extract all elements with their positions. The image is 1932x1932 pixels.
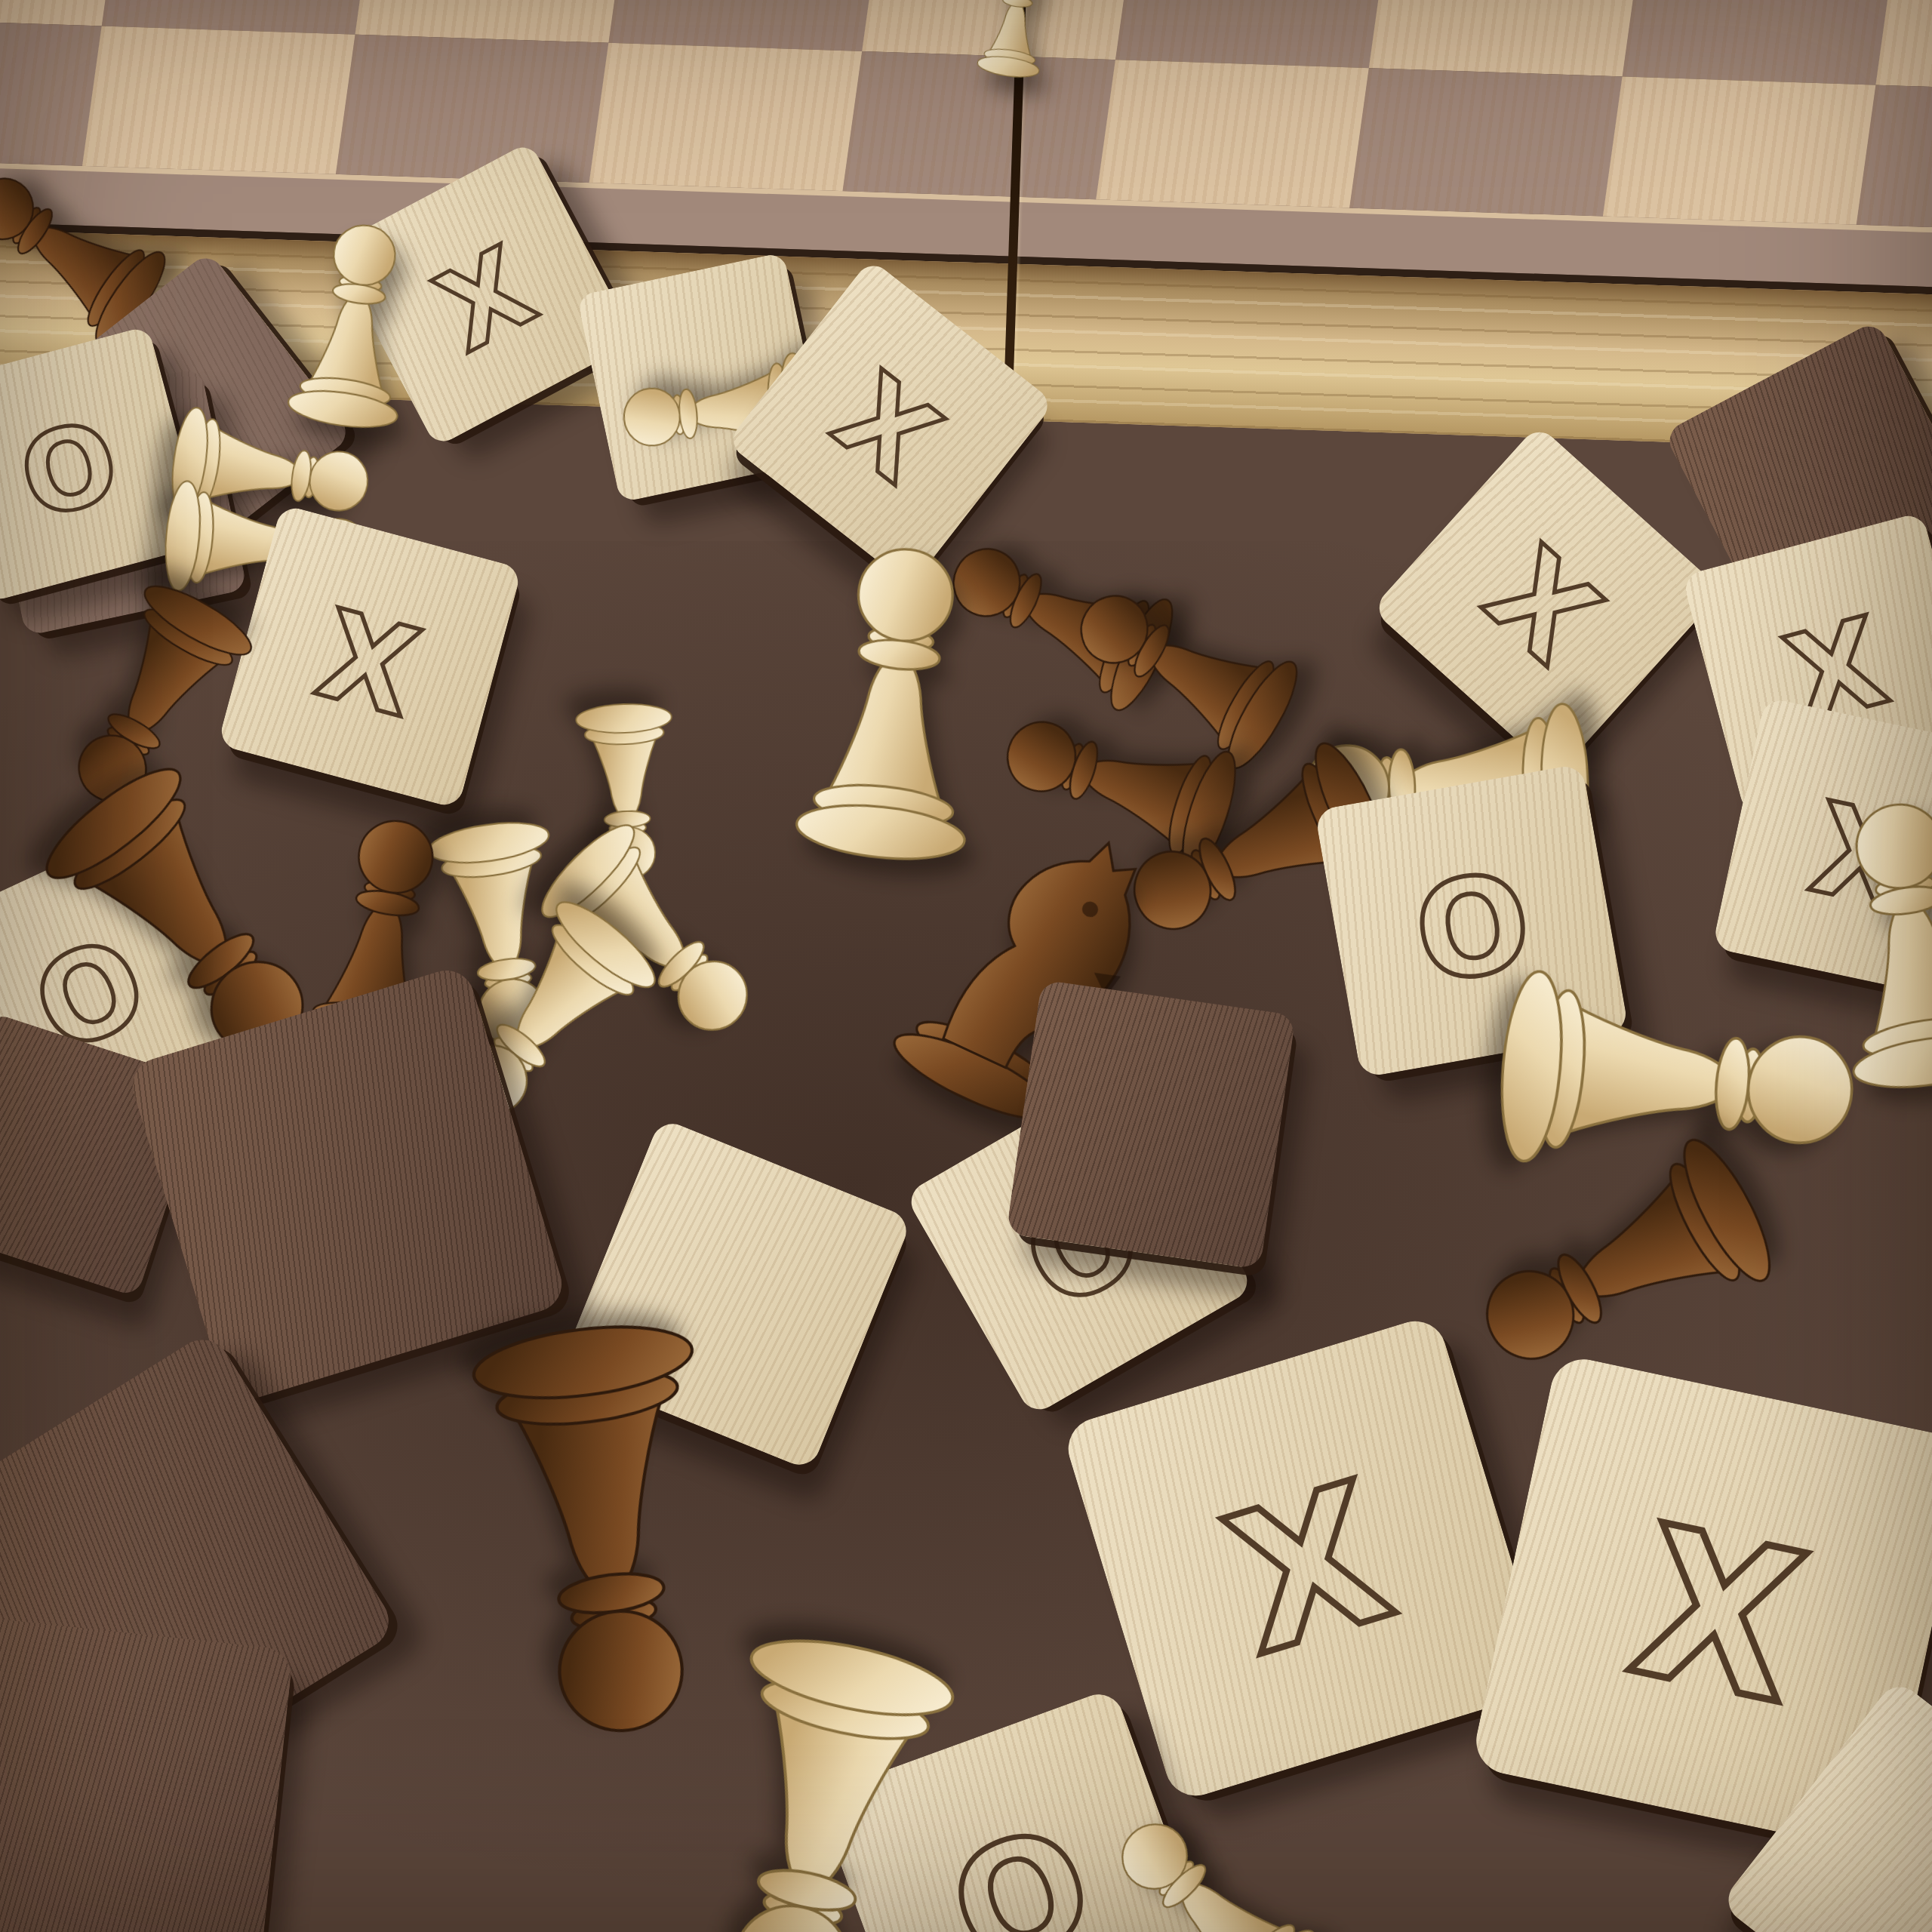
engraved-x-icon: X xyxy=(1424,477,1670,723)
photo-scene: X O xyxy=(0,0,1932,1932)
tile-glyph-x: X xyxy=(418,223,554,377)
pawn-light-shape xyxy=(971,0,1060,88)
tile-glyph-x: X xyxy=(304,583,432,744)
chess-pawn-light[interactable] xyxy=(971,0,1060,88)
pawn-light-shape xyxy=(276,204,433,445)
tile-glyph-x: X xyxy=(1460,521,1625,689)
tile-glyph-x: X xyxy=(1615,1481,1821,1750)
engraved-x-icon: X xyxy=(263,550,477,764)
game-tile-blank[interactable] xyxy=(0,1612,294,1932)
chess-pawn-light[interactable] xyxy=(276,204,433,445)
engraved-x-icon: X xyxy=(1134,1387,1478,1730)
scene-items: X O xyxy=(0,0,1932,1932)
tile-glyph-o: O xyxy=(8,395,132,545)
engraved-x-icon: X xyxy=(1546,1429,1897,1780)
game-tile-blank[interactable] xyxy=(1006,980,1296,1269)
engraved-o-icon: O xyxy=(0,367,165,561)
tile-glyph-x: X xyxy=(811,348,962,508)
tile-glyph-x: X xyxy=(1205,1440,1413,1697)
